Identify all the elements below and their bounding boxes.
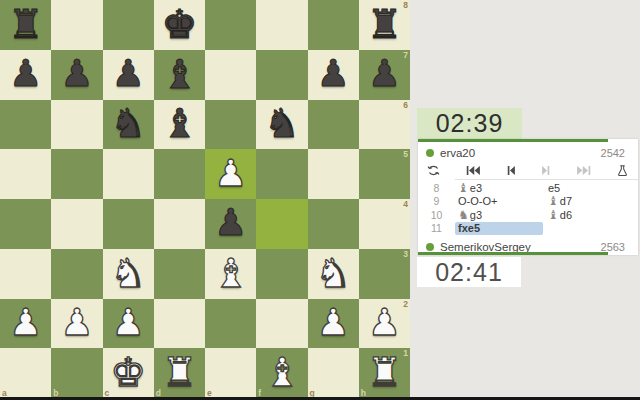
panel-top-accent (418, 139, 608, 142)
black-knight[interactable]: ♞ (264, 103, 300, 143)
move-san: fxe5 (458, 222, 480, 234)
move-number: 10 (418, 209, 455, 221)
square-c8[interactable] (103, 0, 154, 50)
black-clock: 02:39 (417, 108, 522, 139)
square-f2[interactable] (256, 299, 307, 349)
black-pawn[interactable]: ♟ (368, 55, 401, 92)
move-row: 8♝e3e5 (418, 181, 638, 195)
square-f5[interactable] (256, 149, 307, 199)
file-label-a: a (2, 389, 7, 398)
black-pawn[interactable]: ♟ (112, 55, 145, 92)
square-c2[interactable]: ♟ (103, 299, 154, 349)
white-pawn[interactable]: ♟ (317, 304, 350, 341)
move-row: 11fxe5 (418, 222, 638, 236)
file-label-f: f (258, 389, 261, 398)
black-bishop[interactable]: ♝ (161, 103, 197, 143)
black-move[interactable]: ♝d7 (545, 195, 638, 209)
square-g3[interactable]: ♞ (308, 249, 359, 299)
black-bishop[interactable]: ♝ (161, 54, 197, 94)
square-f4[interactable] (256, 199, 307, 249)
square-e8[interactable] (205, 0, 256, 50)
square-d7[interactable]: ♝ (154, 50, 205, 100)
white-pawn[interactable]: ♟ (112, 304, 145, 341)
square-b1[interactable]: b (51, 348, 102, 398)
white-player-name: SemerikovSergey (440, 241, 601, 253)
square-a2[interactable]: ♟ (0, 299, 51, 349)
move-number: 8 (418, 182, 455, 194)
chess-board: ♜♚8♜♟♟♟♝♟7♟♞♝♞6♟5♟4♞♝♞3♟♟♟♟2♟abc♚d♜ef♝gh… (0, 0, 410, 398)
square-h2[interactable]: 2♟ (359, 299, 410, 349)
square-g7[interactable]: ♟ (308, 50, 359, 100)
piece-figurine: ♞ (458, 209, 469, 221)
square-b5[interactable] (51, 149, 102, 199)
square-g4[interactable] (308, 199, 359, 249)
square-e4[interactable]: ♟ (205, 199, 256, 249)
step-back-icon[interactable] (507, 164, 516, 178)
white-knight[interactable]: ♞ (315, 253, 351, 293)
square-h3[interactable]: 3 (359, 249, 410, 299)
black-rook[interactable]: ♜ (8, 4, 44, 44)
square-d5[interactable] (154, 149, 205, 199)
move-san: O-O-O+ (458, 195, 497, 207)
square-e3[interactable]: ♝ (205, 249, 256, 299)
square-c6[interactable]: ♞ (103, 100, 154, 150)
move-list: 8♝e3e59O-O-O+♝d710♞g3♝d611fxe5 (418, 180, 638, 235)
black-rook[interactable]: ♜ (366, 4, 402, 44)
square-h1[interactable]: h1♜ (359, 348, 410, 398)
black-clock-time: 02:39 (436, 109, 504, 138)
piece-figurine: ♝ (458, 182, 469, 194)
square-a4[interactable] (0, 199, 51, 249)
panel-bottom-accent (418, 252, 608, 255)
rank-label-8: 8 (403, 1, 408, 10)
white-clock-time: 02:41 (435, 258, 503, 287)
white-rook[interactable]: ♜ (161, 352, 197, 392)
game-screen: ♜♚8♜♟♟♟♝♟7♟♞♝♞6♟5♟4♞♝♞3♟♟♟♟2♟abc♚d♜ef♝gh… (0, 0, 640, 400)
black-pawn[interactable]: ♟ (317, 55, 350, 92)
square-c7[interactable]: ♟ (103, 50, 154, 100)
jump-end-icon[interactable] (576, 164, 591, 178)
file-label-c: c (105, 389, 110, 398)
square-h4[interactable]: 4 (359, 199, 410, 249)
white-clock: 02:41 (417, 257, 521, 287)
square-h6[interactable]: 6 (359, 100, 410, 150)
square-b6[interactable] (51, 100, 102, 150)
file-label-d: d (156, 389, 161, 398)
square-b7[interactable]: ♟ (51, 50, 102, 100)
square-a6[interactable] (0, 100, 51, 150)
move-number: 11 (418, 222, 455, 234)
move-san: e5 (548, 182, 560, 194)
square-f6[interactable]: ♞ (256, 100, 307, 150)
file-label-b: b (53, 389, 58, 398)
white-player-rating: 2563 (601, 241, 625, 253)
square-c3[interactable]: ♞ (103, 249, 154, 299)
move-san: d6 (560, 209, 572, 221)
white-bishop[interactable]: ♝ (264, 352, 300, 392)
white-knight[interactable]: ♞ (110, 253, 146, 293)
black-move[interactable]: e5 (545, 181, 638, 195)
square-f1[interactable]: f♝ (256, 348, 307, 398)
square-d2[interactable] (154, 299, 205, 349)
square-a3[interactable] (0, 249, 51, 299)
white-move[interactable]: O-O-O+ (455, 195, 545, 209)
square-e2[interactable] (205, 299, 256, 349)
white-bishop[interactable]: ♝ (213, 253, 249, 293)
square-g5[interactable] (308, 149, 359, 199)
black-move (545, 222, 638, 236)
step-forward-icon[interactable] (541, 164, 550, 178)
square-d4[interactable] (154, 199, 205, 249)
square-a8[interactable]: ♜ (0, 0, 51, 50)
rank-label-1: 1 (403, 349, 408, 358)
move-san: d7 (560, 195, 572, 207)
move-number: 9 (418, 195, 455, 207)
white-move[interactable]: fxe5 (455, 222, 543, 236)
jump-start-icon[interactable] (466, 164, 481, 178)
square-a7[interactable]: ♟ (0, 50, 51, 100)
white-move[interactable]: ♝e3 (455, 181, 545, 195)
square-c5[interactable] (103, 149, 154, 199)
rank-label-5: 5 (403, 150, 408, 159)
black-move[interactable]: ♝d6 (545, 208, 638, 222)
flip-board-icon[interactable] (427, 164, 440, 178)
square-h5[interactable]: 5 (359, 149, 410, 199)
white-pawn[interactable]: ♟ (214, 155, 247, 192)
file-label-h: h (361, 389, 366, 398)
square-b4[interactable] (51, 199, 102, 249)
square-b2[interactable]: ♟ (51, 299, 102, 349)
square-c4[interactable] (103, 199, 154, 249)
square-e7[interactable] (205, 50, 256, 100)
player-row-black[interactable]: erva20 2542 (418, 143, 638, 162)
movelist-toolbar (418, 162, 638, 179)
rank-label-2: 2 (403, 300, 408, 309)
black-pawn[interactable]: ♟ (9, 55, 42, 92)
square-d3[interactable] (154, 249, 205, 299)
black-king[interactable]: ♚ (161, 4, 197, 44)
square-g2[interactable]: ♟ (308, 299, 359, 349)
square-d1[interactable]: d♜ (154, 348, 205, 398)
square-f8[interactable] (256, 0, 307, 50)
square-c1[interactable]: c♚ (103, 348, 154, 398)
square-f3[interactable] (256, 249, 307, 299)
white-pawn[interactable]: ♟ (368, 304, 401, 341)
square-e6[interactable] (205, 100, 256, 150)
white-move[interactable]: ♞g3 (455, 208, 545, 222)
analysis-flask-icon[interactable] (617, 164, 628, 178)
black-knight[interactable]: ♞ (110, 103, 146, 143)
move-san: e3 (470, 182, 482, 194)
square-a5[interactable] (0, 149, 51, 199)
square-e1[interactable]: e (205, 348, 256, 398)
rank-label-7: 7 (403, 51, 408, 60)
square-b3[interactable] (51, 249, 102, 299)
square-g1[interactable]: g (308, 348, 359, 398)
online-status-icon (426, 243, 434, 251)
black-pawn[interactable]: ♟ (60, 55, 93, 92)
file-label-e: e (207, 389, 212, 398)
piece-figurine: ♝ (548, 209, 559, 221)
square-e5[interactable]: ♟ (205, 149, 256, 199)
rank-label-3: 3 (403, 250, 408, 259)
white-pawn[interactable]: ♟ (60, 304, 93, 341)
white-king[interactable]: ♚ (110, 352, 146, 392)
move-san: g3 (470, 209, 482, 221)
square-d6[interactable]: ♝ (154, 100, 205, 150)
white-pawn[interactable]: ♟ (9, 304, 42, 341)
file-label-g: g (310, 389, 315, 398)
rank-label-6: 6 (403, 101, 408, 110)
square-g8[interactable] (308, 0, 359, 50)
square-d8[interactable]: ♚ (154, 0, 205, 50)
black-player-name: erva20 (440, 147, 601, 159)
rank-label-4: 4 (403, 200, 408, 209)
black-pawn[interactable]: ♟ (214, 204, 247, 241)
black-player-rating: 2542 (601, 147, 625, 159)
game-panel: erva20 2542 (418, 139, 638, 255)
square-h8[interactable]: 8♜ (359, 0, 410, 50)
square-a1[interactable]: a (0, 348, 51, 398)
square-f7[interactable] (256, 50, 307, 100)
square-g6[interactable] (308, 100, 359, 150)
piece-figurine: ♝ (548, 195, 559, 207)
online-status-icon (426, 149, 434, 157)
white-rook[interactable]: ♜ (366, 352, 402, 392)
square-b8[interactable] (51, 0, 102, 50)
move-row: 9O-O-O+♝d7 (418, 195, 638, 209)
square-h7[interactable]: 7♟ (359, 50, 410, 100)
move-row: 10♞g3♝d6 (418, 208, 638, 222)
